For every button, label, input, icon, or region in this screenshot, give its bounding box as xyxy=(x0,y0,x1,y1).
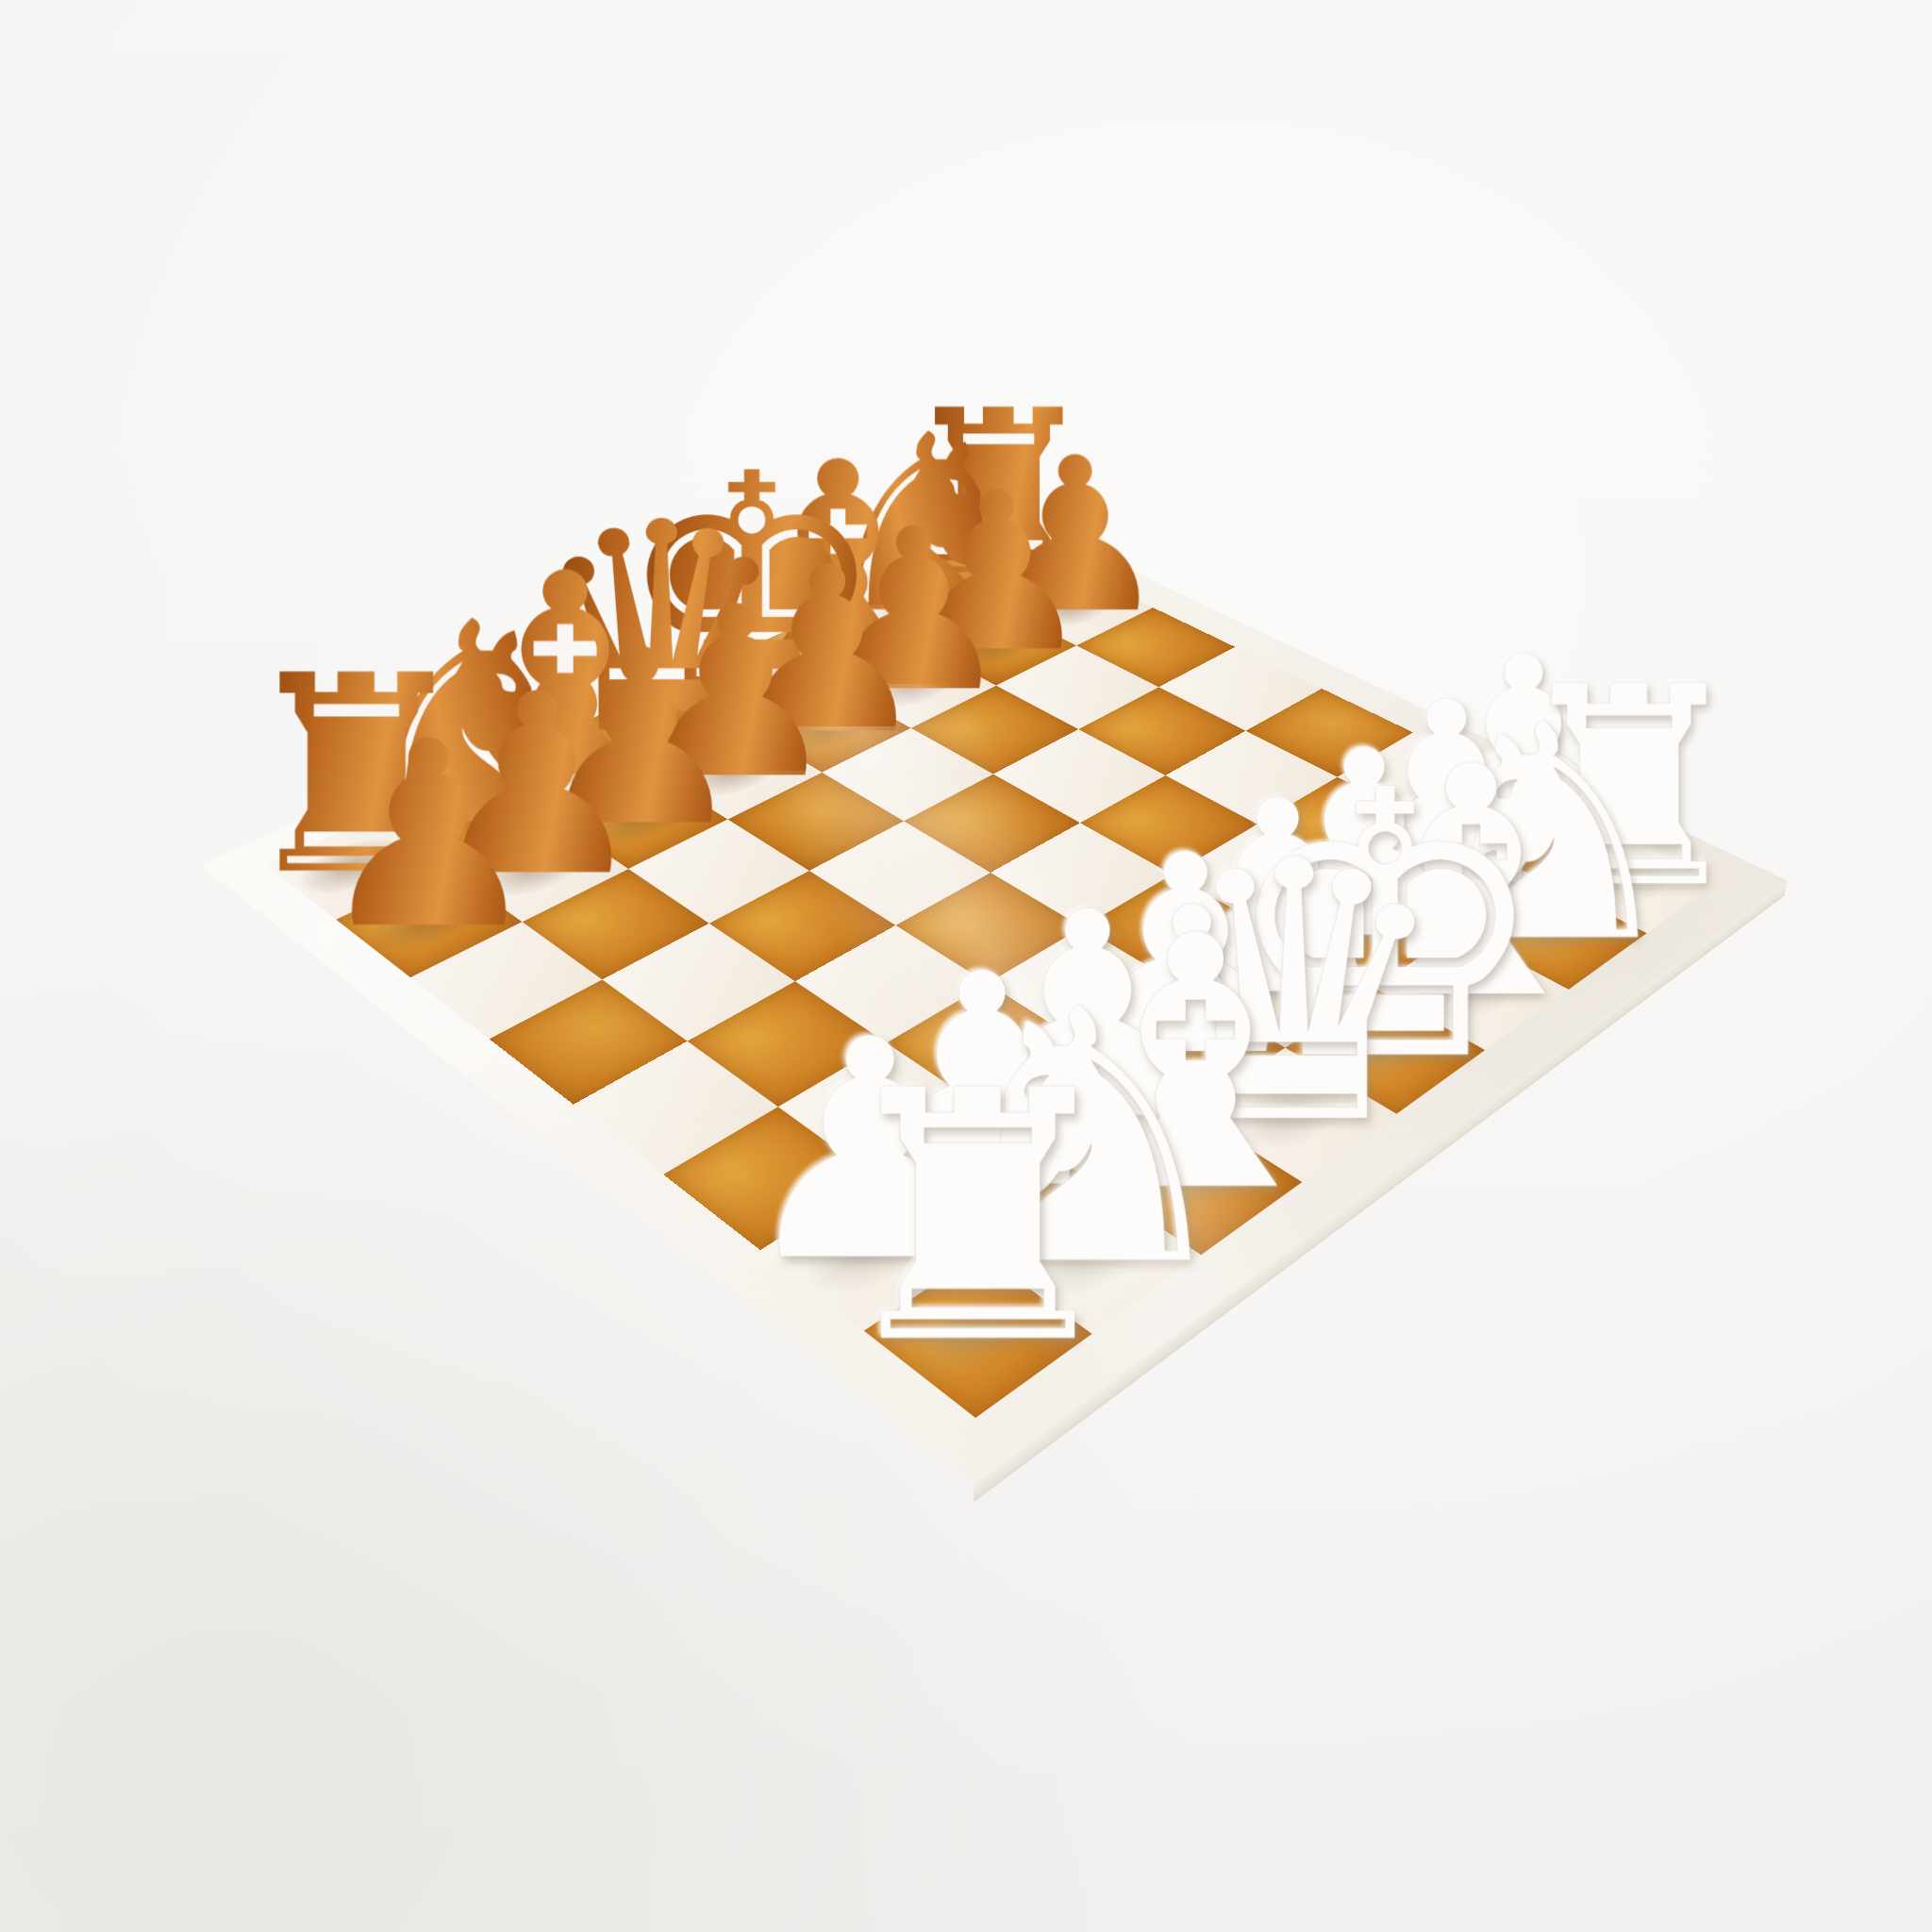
board-perspective-wrap: ♜♞♝♛♚♝♞♜♟♟♟♟♟♟♟♟♟♟♟♟♟♟♟♟♜♞♝♛♚♝♞♜ xyxy=(200,509,1788,1485)
square-a1[interactable]: ♜ xyxy=(864,1253,1092,1418)
chess-board-plate: ♜♞♝♛♚♝♞♜♟♟♟♟♟♟♟♟♟♟♟♟♟♟♟♟♜♞♝♛♚♝♞♜ xyxy=(200,509,1788,1485)
scene: ♜♞♝♛♚♝♞♜♟♟♟♟♟♟♟♟♟♟♟♟♟♟♟♟♜♞♝♛♚♝♞♜ xyxy=(0,0,1932,1932)
chess-board: ♜♞♝♛♚♝♞♜♟♟♟♟♟♟♟♟♟♟♟♟♟♟♟♟♜♞♝♛♚♝♞♜ xyxy=(266,534,1720,1418)
